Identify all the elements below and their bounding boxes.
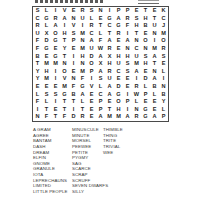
grid-cell-r9c2: H: [42, 68, 51, 76]
grid-cell-r15c1: N: [33, 113, 42, 121]
word-list-item: THIMBLE: [103, 127, 123, 133]
grid-cell-r12c11: I: [123, 91, 132, 99]
grid-cell-r3c9: C: [105, 22, 114, 30]
grid-cell-r2c9: G: [105, 15, 114, 23]
grid-cell-r13c15: Y: [159, 98, 168, 106]
grid-cell-r9c15: L: [159, 68, 168, 76]
grid-cell-r14c8: P: [96, 106, 105, 114]
grid-cell-r14c13: G: [141, 106, 150, 114]
grid-cell-r9c14: N: [150, 68, 159, 76]
grid-cell-r1c8: N: [96, 7, 105, 15]
grid-cell-r1c11: P: [123, 7, 132, 15]
grid-cell-r5c15: O: [159, 37, 168, 45]
grid-cell-r9c12: A: [132, 68, 141, 76]
grid-cell-r14c11: I: [123, 106, 132, 114]
grid-cell-r10c1: Y: [33, 75, 42, 83]
grid-cell-r2c10: A: [114, 15, 123, 23]
grid-cell-r12c12: W: [132, 91, 141, 99]
grid-cell-r2c2: G: [42, 15, 51, 23]
grid-cell-r15c4: F: [60, 113, 69, 121]
grid-cell-r7c1: B: [33, 53, 42, 61]
grid-cell-r10c5: N: [69, 75, 78, 83]
grid-cell-r4c10: R: [114, 30, 123, 38]
grid-cell-r15c2: F: [42, 113, 51, 121]
grid-cell-r14c9: T: [105, 106, 114, 114]
grid-cell-r7c3: G: [51, 53, 60, 61]
grid-cell-r9c1: Y: [33, 68, 42, 76]
grid-cell-r14c7: E: [87, 106, 96, 114]
grid-cell-r11c9: A: [105, 83, 114, 91]
grid-cell-r3c14: U: [150, 22, 159, 30]
grid-cell-r7c9: X: [105, 53, 114, 61]
grid-cell-r14c2: T: [42, 106, 51, 114]
grid-cell-r4c9: T: [105, 30, 114, 38]
grid-cell-r3c10: G: [114, 22, 123, 30]
grid-cell-r3c6: I: [78, 22, 87, 30]
grid-cell-r4c6: M: [78, 30, 87, 38]
grid-cell-r7c12: U: [132, 53, 141, 61]
grid-cell-r11c1: E: [33, 83, 42, 91]
grid-cell-r11c7: V: [87, 83, 96, 91]
grid-cell-r12c3: S: [51, 91, 60, 99]
grid-cell-r6c12: C: [132, 45, 141, 53]
grid-cell-r1c6: R: [78, 7, 87, 15]
grid-cell-r1c12: E: [132, 7, 141, 15]
grid-cell-r8c2: M: [42, 60, 51, 68]
grid-cell-r8c4: N: [60, 60, 69, 68]
grid-cell-r13c8: P: [96, 98, 105, 106]
grid-cell-r13c7: E: [87, 98, 96, 106]
grid-cell-r12c13: P: [141, 91, 150, 99]
grid-cell-r7c10: H: [114, 53, 123, 61]
grid-cell-r11c14: B: [150, 83, 159, 91]
grid-cell-r6c5: E: [69, 45, 78, 53]
grid-cell-r12c2: S: [42, 91, 51, 99]
grid-cell-r2c12: S: [132, 15, 141, 23]
grid-cell-r12c6: A: [78, 91, 87, 99]
grid-cell-r9c8: A: [96, 68, 105, 76]
grid-cell-r7c14: A: [150, 53, 159, 61]
grid-cell-r7c5: I: [69, 53, 78, 61]
grid-cell-r4c1: U: [33, 30, 42, 38]
grid-cell-r10c6: F: [78, 75, 87, 83]
grid-cell-r13c5: T: [69, 98, 78, 106]
grid-cell-r9c5: E: [69, 68, 78, 76]
grid-cell-r13c13: E: [141, 98, 150, 106]
grid-cell-r1c2: L: [42, 7, 51, 15]
grid-cell-r2c6: U: [78, 15, 87, 23]
grid-cell-r11c5: F: [69, 83, 78, 91]
grid-cell-r8c8: X: [96, 60, 105, 68]
grid-cell-r7c2: E: [42, 53, 51, 61]
grid-cell-r1c13: T: [141, 7, 150, 15]
grid-cell-r2c11: R: [123, 15, 132, 23]
grid-cell-r8c11: S: [123, 60, 132, 68]
grid-cell-r5c2: D: [42, 37, 51, 45]
grid-cell-r15c3: T: [51, 113, 60, 121]
grid-cell-r10c8: S: [96, 75, 105, 83]
grid-cell-r10c12: I: [132, 75, 141, 83]
grid-cell-r12c15: B: [159, 91, 168, 99]
grid-cell-r10c4: V: [60, 75, 69, 83]
grid-cell-r15c12: R: [132, 113, 141, 121]
grid-cell-r9c9: R: [105, 68, 114, 76]
grid-cell-r15c6: R: [78, 113, 87, 121]
grid-cell-r8c5: I: [69, 60, 78, 68]
grid-cell-r11c4: M: [60, 83, 69, 91]
grid-cell-r5c12: N: [132, 37, 141, 45]
grid-cell-r3c1: R: [33, 22, 42, 30]
grid-cell-r4c4: H: [60, 30, 69, 38]
grid-cell-r8c6: N: [78, 60, 87, 68]
grid-cell-r10c14: A: [150, 75, 159, 83]
grid-cell-r1c7: S: [87, 7, 96, 15]
grid-cell-r4c8: L: [96, 30, 105, 38]
grid-cell-r2c1: C: [33, 15, 42, 23]
grid-cell-r15c8: A: [96, 113, 105, 121]
grid-cell-r14c3: E: [51, 106, 60, 114]
grid-cell-r13c1: F: [33, 98, 42, 106]
grid-cell-r14c6: T: [78, 106, 87, 114]
grid-cell-r9c7: P: [87, 68, 96, 76]
grid-cell-r6c1: F: [33, 45, 42, 53]
grid-cell-r14c14: E: [150, 106, 159, 114]
grid-cell-r14c4: T: [60, 106, 69, 114]
grid-cell-r7c8: A: [96, 53, 105, 61]
grid-cell-r9c6: M: [78, 68, 87, 76]
grid-cell-r15c14: A: [150, 113, 159, 121]
grid-cell-r14c12: N: [132, 106, 141, 114]
grid-cell-r5c9: A: [105, 37, 114, 45]
word-list-item: LITTLE PEOPLE: [33, 189, 68, 195]
grid-cell-r6c7: U: [87, 45, 96, 53]
grid-cell-r12c9: A: [105, 91, 114, 99]
grid-cell-r15c10: M: [114, 113, 123, 121]
grid-cell-r10c9: U: [105, 75, 114, 83]
grid-cell-r13c4: T: [60, 98, 69, 106]
grid-cell-r4c7: C: [87, 30, 96, 38]
grid-cell-r7c7: D: [87, 53, 96, 61]
grid-cell-r2c5: N: [69, 15, 78, 23]
grid-cell-r9c10: C: [114, 68, 123, 76]
grid-cell-r8c9: H: [105, 60, 114, 68]
grid-cell-r7c13: S: [141, 53, 150, 61]
grid-cell-r6c14: M: [150, 45, 159, 53]
grid-cell-r2c3: R: [51, 15, 60, 23]
grid-cell-r7c15: S: [159, 53, 168, 61]
grid-cell-r8c14: T: [150, 60, 159, 68]
grid-cell-r12c8: C: [96, 91, 105, 99]
word-search-page: SLIVERSNIPPETEKCGRANULEGARSHTCRLAIVIRTCG…: [0, 0, 200, 200]
grid-cell-r11c10: D: [114, 83, 123, 91]
grid-cell-r15c15: P: [159, 113, 168, 121]
grid-cell-r15c9: M: [105, 113, 114, 121]
grid-cell-r11c11: E: [123, 83, 132, 91]
grid-cell-r13c9: E: [105, 98, 114, 106]
grid-cell-r13c3: I: [51, 98, 60, 106]
grid-cell-r14c5: I: [69, 106, 78, 114]
grid-cell-r1c5: E: [69, 7, 78, 15]
grid-cell-r5c11: A: [123, 37, 132, 45]
grid-cell-r3c4: I: [60, 22, 69, 30]
grid-cell-r1c15: K: [159, 7, 168, 15]
grid-cell-r6c11: N: [123, 45, 132, 53]
grid-cell-r1c14: E: [150, 7, 159, 15]
grid-cell-r4c3: O: [51, 30, 60, 38]
grid-cell-r6c15: R: [159, 45, 168, 53]
grid-cell-r4c15: M: [159, 30, 168, 38]
grid-cell-r3c12: H: [132, 22, 141, 30]
word-list: A GRAMAGREEBANTAMDASHDREAMELFINGNOMEGRAN…: [0, 127, 200, 197]
grid-cell-r6c6: M: [78, 45, 87, 53]
grid-cell-r8c1: T: [33, 60, 42, 68]
grid-cell-r3c2: L: [42, 22, 51, 30]
grid-cell-r12c7: E: [87, 91, 96, 99]
word-list-column-1: A GRAMAGREEBANTAMDASHDREAMELFINGNOMEGRAN…: [33, 127, 68, 195]
grid-cell-r8c10: U: [114, 60, 123, 68]
grid-cell-r1c9: I: [105, 7, 114, 15]
grid-cell-r13c11: P: [123, 98, 132, 106]
cropped-title-fragment: [35, 0, 105, 3]
grid-cell-r5c10: E: [114, 37, 123, 45]
grid-cell-r7c6: H: [78, 53, 87, 61]
grid-cell-r7c11: H: [123, 53, 132, 61]
grid-cell-r13c12: L: [132, 98, 141, 106]
grid-cell-r10c11: E: [123, 75, 132, 83]
grid-cell-r1c1: S: [33, 7, 42, 15]
grid-cell-r6c13: N: [141, 45, 150, 53]
grid-cell-r11c8: L: [96, 83, 105, 91]
grid-cell-r8c3: M: [51, 60, 60, 68]
grid-cell-r6c8: W: [96, 45, 105, 53]
grid-cell-r3c11: F: [123, 22, 132, 30]
grid-cell-r4c13: E: [141, 30, 150, 38]
grid-cell-r9c13: E: [141, 68, 150, 76]
grid-cell-r2c7: L: [87, 15, 96, 23]
grid-cell-r10c13: D: [141, 75, 150, 83]
grid-cell-r15c5: D: [69, 113, 78, 121]
grid-cell-r8c15: E: [159, 60, 168, 68]
grid-cell-r5c14: I: [150, 37, 159, 45]
grid-cell-r15c13: G: [141, 113, 150, 121]
grid-cell-r2c15: C: [159, 15, 168, 23]
letter-grid: SLIVERSNIPPETEKCGRANULEGARSHTCRLAIVIRTCG…: [32, 6, 169, 122]
grid-cell-r2c4: A: [60, 15, 69, 23]
grid-cell-r11c13: L: [141, 83, 150, 91]
grid-cell-r10c10: E: [114, 75, 123, 83]
grid-cell-r6c2: G: [42, 45, 51, 53]
grid-cell-r12c1: L: [33, 91, 42, 99]
word-list-item: WEE: [103, 150, 123, 156]
grid-cell-r12c5: B: [69, 91, 78, 99]
grid-cell-r13c6: L: [78, 98, 87, 106]
grid-cell-r3c8: T: [96, 22, 105, 30]
grid-cell-r5c5: P: [69, 37, 78, 45]
grid-cell-r14c10: H: [114, 106, 123, 114]
grid-cell-r13c14: E: [150, 98, 159, 106]
grid-cell-r5c13: O: [141, 37, 150, 45]
grid-cell-r2c13: H: [141, 15, 150, 23]
grid-cell-r8c13: H: [141, 60, 150, 68]
grid-cell-r7c4: T: [60, 53, 69, 61]
grid-cell-r12c10: G: [114, 91, 123, 99]
grid-cell-r9c11: S: [123, 68, 132, 76]
grid-cell-r11c12: R: [132, 83, 141, 91]
grid-cell-r9c4: O: [60, 68, 69, 76]
grid-cell-r8c12: M: [132, 60, 141, 68]
grid-cell-r5c7: A: [87, 37, 96, 45]
grid-cell-r11c15: N: [159, 83, 168, 91]
grid-cell-r5c6: N: [78, 37, 87, 45]
grid-cell-r12c4: G: [60, 91, 69, 99]
grid-cell-r3c5: V: [69, 22, 78, 30]
grid-cell-r4c2: X: [42, 30, 51, 38]
grid-cell-r10c15: I: [159, 75, 168, 83]
grid-cell-r5c4: T: [60, 37, 69, 45]
grid-cell-r5c1: F: [33, 37, 42, 45]
cropped-header-box: [138, 0, 159, 4]
grid-cell-r8c7: O: [87, 60, 96, 68]
grid-cell-r6c3: E: [51, 45, 60, 53]
word-list-column-3: THIMBLETHINGTRITETRIVIALWEE: [103, 127, 123, 155]
grid-cell-r15c11: A: [123, 113, 132, 121]
word-list-item: TRIVIAL: [103, 144, 123, 150]
grid-cell-r11c2: E: [42, 83, 51, 91]
grid-cell-r6c4: Y: [60, 45, 69, 53]
grid-cell-r1c10: P: [114, 7, 123, 15]
grid-cell-r1c4: V: [60, 7, 69, 15]
grid-cell-r3c3: A: [51, 22, 60, 30]
grid-cell-r10c7: I: [87, 75, 96, 83]
grid-cell-r10c3: I: [51, 75, 60, 83]
grid-cell-r14c1: I: [33, 106, 42, 114]
grid-cell-r13c10: O: [114, 98, 123, 106]
grid-cell-r11c6: G: [78, 83, 87, 91]
grid-cell-r4c11: I: [123, 30, 132, 38]
grid-cell-r15c7: E: [87, 113, 96, 121]
grid-cell-r4c14: N: [150, 30, 159, 38]
grid-cell-r5c3: G: [51, 37, 60, 45]
grid-cell-r6c10: E: [114, 45, 123, 53]
grid-cell-r12c14: L: [150, 91, 159, 99]
grid-cell-r4c5: S: [69, 30, 78, 38]
grid-cell-r3c13: B: [141, 22, 150, 30]
grid-cell-r3c15: J: [159, 22, 168, 30]
grid-cell-r11c3: E: [51, 83, 60, 91]
grid-cell-r5c8: F: [96, 37, 105, 45]
word-list-item: SILLY: [72, 189, 108, 195]
grid-cell-r2c8: E: [96, 15, 105, 23]
grid-cell-r9c3: I: [51, 68, 60, 76]
grid-cell-r3c7: R: [87, 22, 96, 30]
grid-cell-r13c2: L: [42, 98, 51, 106]
grid-cell-r2c14: T: [150, 15, 159, 23]
grid-cell-r4c12: T: [132, 30, 141, 38]
grid-cell-r6c9: R: [105, 45, 114, 53]
grid-cell-r1c3: I: [51, 7, 60, 15]
grid-cell-r10c2: M: [42, 75, 51, 83]
grid-cell-r14c15: L: [159, 106, 168, 114]
